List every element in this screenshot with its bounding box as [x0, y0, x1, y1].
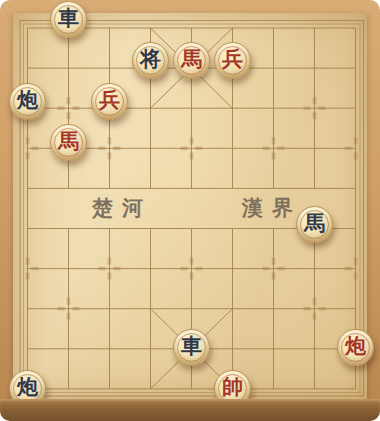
- piece-character: 馬: [304, 213, 325, 234]
- piece-character: 帥: [222, 377, 243, 398]
- piece-character: 炮: [17, 377, 38, 398]
- piece-black-chariot-a[interactable]: 車: [50, 1, 87, 38]
- piece-red-cannon-a[interactable]: 炮: [337, 329, 374, 366]
- piece-character: 兵: [222, 49, 243, 70]
- piece-black-cannon-a[interactable]: 炮: [9, 83, 46, 120]
- piece-character: 兵: [99, 90, 120, 111]
- piece-character: 炮: [345, 336, 366, 357]
- piece-black-horse-a[interactable]: 馬: [296, 206, 333, 243]
- xiangqi-board[interactable]: 楚河 漢界 車将馬兵炮兵馬馬車炮炮帥: [0, 0, 380, 421]
- piece-black-chariot-b[interactable]: 車: [173, 329, 210, 366]
- piece-character: 馬: [181, 49, 202, 70]
- piece-red-soldier-b[interactable]: 兵: [91, 83, 128, 120]
- piece-red-horse-a[interactable]: 馬: [173, 42, 210, 79]
- board-bottom-edge: [0, 399, 380, 421]
- piece-character: 馬: [58, 131, 79, 152]
- piece-character: 将: [140, 49, 161, 70]
- piece-character: 炮: [17, 90, 38, 111]
- piece-character: 車: [58, 8, 79, 29]
- piece-character: 車: [181, 336, 202, 357]
- piece-red-soldier-a[interactable]: 兵: [214, 42, 251, 79]
- piece-black-general[interactable]: 将: [132, 42, 169, 79]
- piece-red-horse-b[interactable]: 馬: [50, 124, 87, 161]
- piece-layer: 車将馬兵炮兵馬馬車炮炮帥: [0, 0, 380, 421]
